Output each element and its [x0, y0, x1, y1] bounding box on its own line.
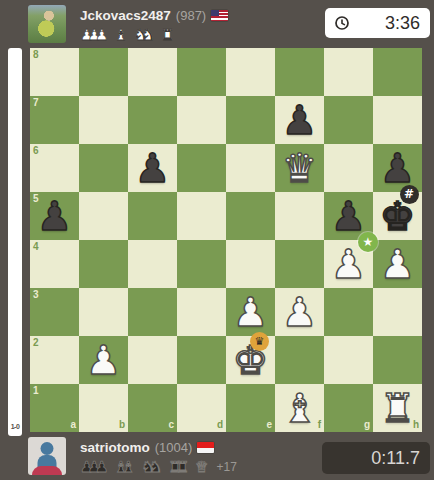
bottom-player-name[interactable]: satriotomo — [80, 440, 150, 455]
file-label: c — [168, 420, 174, 430]
square-b8[interactable] — [79, 48, 128, 96]
square-a4[interactable]: 4 — [30, 240, 79, 288]
square-a1[interactable]: 1a — [30, 384, 79, 432]
bottom-player-avatar-silhouette — [28, 437, 66, 475]
top-player-bar: Jckovacs2487 (987) ♟♟♟♝♞♞♜ 3:36 — [0, 0, 434, 48]
rank-label: 7 — [33, 98, 39, 108]
square-c5[interactable] — [128, 192, 177, 240]
rank-label: 8 — [33, 50, 39, 60]
captured-group: ♜ — [161, 26, 174, 44]
square-b3[interactable] — [79, 288, 128, 336]
white-rook[interactable]: ♜ — [380, 388, 416, 428]
square-d3[interactable] — [177, 288, 226, 336]
captured-white-bishop-icon: ♝ — [114, 26, 127, 44]
bottom-player-captured-pieces: ♟♟♟♝♝♞♞♜♜♛+17 — [80, 458, 237, 476]
star-badge: ★ — [358, 232, 378, 252]
square-f4[interactable] — [275, 240, 324, 288]
white-queen[interactable]: ♛ — [282, 148, 318, 188]
square-h4[interactable]: ♟ — [373, 240, 422, 288]
white-bishop[interactable]: ♝ — [282, 388, 318, 428]
file-label: d — [217, 420, 223, 430]
file-label: g — [364, 420, 370, 430]
file-label: f — [318, 420, 321, 430]
square-f6[interactable]: ♛ — [275, 144, 324, 192]
material-advantage: +17 — [217, 460, 237, 474]
square-c3[interactable] — [128, 288, 177, 336]
square-f5[interactable] — [275, 192, 324, 240]
square-b5[interactable] — [79, 192, 128, 240]
square-b6[interactable] — [79, 144, 128, 192]
square-a6[interactable]: 6 — [30, 144, 79, 192]
file-label: e — [266, 420, 272, 430]
bottom-player-avatar[interactable] — [28, 437, 66, 475]
captured-white-rook-icon: ♜ — [161, 26, 174, 44]
square-f2[interactable] — [275, 336, 324, 384]
rank-label: 6 — [33, 146, 39, 156]
square-d4[interactable] — [177, 240, 226, 288]
square-d2[interactable] — [177, 336, 226, 384]
white-pawn[interactable]: ♟ — [233, 292, 269, 332]
captured-white-knight-icon: ♞ — [141, 26, 154, 44]
square-a7[interactable]: 7 — [30, 96, 79, 144]
square-d5[interactable] — [177, 192, 226, 240]
square-c1[interactable]: c — [128, 384, 177, 432]
black-pawn[interactable]: ♟ — [37, 196, 73, 236]
square-a3[interactable]: 3 — [30, 288, 79, 336]
square-c7[interactable] — [128, 96, 177, 144]
white-pawn[interactable]: ♟ — [380, 244, 416, 284]
rank-label: 1 — [33, 386, 39, 396]
bottom-player-bar: satriotomo (1004) ♟♟♟♝♝♞♞♜♜♛+17 0:11.7 — [0, 432, 434, 480]
captured-group: ♛ — [195, 458, 208, 476]
captured-group: ♝♝ — [114, 458, 135, 476]
black-pawn[interactable]: ♟ — [380, 148, 416, 188]
white-pawn[interactable]: ♟ — [282, 292, 318, 332]
top-player-avatar[interactable] — [28, 5, 66, 43]
square-c6[interactable]: ♟ — [128, 144, 177, 192]
square-g6[interactable] — [324, 144, 373, 192]
clock-icon — [334, 15, 350, 31]
square-h1[interactable]: h♜ — [373, 384, 422, 432]
captured-black-rook-icon: ♜ — [176, 458, 189, 476]
captured-group: ♟♟♟ — [80, 458, 108, 476]
file-label: b — [119, 420, 125, 430]
rank-label: 3 — [33, 290, 39, 300]
top-player-rating: (987) — [176, 8, 206, 23]
evaluation-bar: 1-0 — [8, 48, 22, 436]
square-d6[interactable] — [177, 144, 226, 192]
captured-group: ♟♟♟ — [80, 26, 108, 44]
captured-group: ♞♞ — [134, 26, 155, 44]
square-g8[interactable] — [324, 48, 373, 96]
square-e8[interactable] — [226, 48, 275, 96]
square-e1[interactable]: e — [226, 384, 275, 432]
square-f7[interactable]: ♟ — [275, 96, 324, 144]
square-e3[interactable]: ♟ — [226, 288, 275, 336]
square-c2[interactable] — [128, 336, 177, 384]
square-h8[interactable] — [373, 48, 422, 96]
bottom-player-time: 0:11.7 — [322, 448, 430, 469]
us-flag-icon — [211, 10, 228, 21]
square-e5[interactable] — [226, 192, 275, 240]
top-player-clock: 3:36 — [325, 8, 430, 38]
indonesia-flag-icon — [197, 442, 214, 453]
square-f3[interactable]: ♟ — [275, 288, 324, 336]
top-player-name[interactable]: Jckovacs2487 — [80, 8, 171, 23]
square-b1[interactable]: b — [79, 384, 128, 432]
chess-app: Jckovacs2487 (987) ♟♟♟♝♞♞♜ 3:36 1-0 87♟6… — [0, 0, 434, 480]
captured-group: ♞♞ — [141, 458, 162, 476]
file-label: a — [70, 420, 76, 430]
square-a8[interactable]: 8 — [30, 48, 79, 96]
square-a2[interactable]: 2 — [30, 336, 79, 384]
chess-board[interactable]: 87♟6♟♛♟5♟♟♚4♟♟3♟♟2♟♚1abcdef♝gh♜#★♛ — [30, 48, 422, 432]
square-e6[interactable] — [226, 144, 275, 192]
captured-group: ♝ — [114, 26, 127, 44]
square-c4[interactable] — [128, 240, 177, 288]
captured-black-knight-icon: ♞ — [149, 458, 162, 476]
square-h7[interactable] — [373, 96, 422, 144]
black-pawn[interactable]: ♟ — [282, 100, 318, 140]
square-e7[interactable] — [226, 96, 275, 144]
black-pawn[interactable]: ♟ — [331, 196, 367, 236]
captured-black-pawn-icon: ♟ — [95, 458, 108, 476]
square-h6[interactable]: ♟ — [373, 144, 422, 192]
square-e4[interactable] — [226, 240, 275, 288]
captured-white-pawn-icon: ♟ — [95, 26, 108, 44]
square-h3[interactable] — [373, 288, 422, 336]
rank-label: 2 — [33, 338, 39, 348]
winner-crown-badge: ♛ — [250, 332, 269, 351]
square-d7[interactable] — [177, 96, 226, 144]
captured-black-queen-icon: ♛ — [195, 458, 208, 476]
captured-group: ♜♜ — [168, 458, 189, 476]
top-player-avatar-photo — [28, 5, 66, 43]
bottom-player-rating: (1004) — [155, 440, 193, 455]
black-pawn[interactable]: ♟ — [135, 148, 171, 188]
square-g3[interactable] — [324, 288, 373, 336]
top-player-captured-pieces: ♟♟♟♝♞♞♜ — [80, 26, 174, 44]
top-player-time: 3:36 — [350, 13, 430, 34]
square-h2[interactable] — [373, 336, 422, 384]
square-a5[interactable]: 5♟ — [30, 192, 79, 240]
square-b4[interactable] — [79, 240, 128, 288]
checkmate-badge: # — [400, 185, 419, 204]
bottom-player-clock: 0:11.7 — [322, 442, 430, 474]
square-b7[interactable] — [79, 96, 128, 144]
white-pawn[interactable]: ♟ — [86, 340, 122, 380]
square-g2[interactable] — [324, 336, 373, 384]
square-f8[interactable] — [275, 48, 324, 96]
square-g7[interactable] — [324, 96, 373, 144]
square-d1[interactable]: d — [177, 384, 226, 432]
rank-label: 4 — [33, 242, 39, 252]
square-d8[interactable] — [177, 48, 226, 96]
captured-black-bishop-icon: ♝ — [122, 458, 135, 476]
square-f1[interactable]: f♝ — [275, 384, 324, 432]
square-c8[interactable] — [128, 48, 177, 96]
square-g1[interactable]: g — [324, 384, 373, 432]
square-b2[interactable]: ♟ — [79, 336, 128, 384]
